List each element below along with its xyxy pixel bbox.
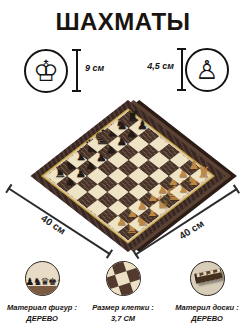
feature-title: Материал фигур : [7,302,77,313]
feature-label: Материл доски : ДЕРЕВО [175,302,239,325]
page-title: ШАХМАТЫ [0,8,246,36]
folded-board-photo-icon [190,261,225,296]
king-height-bracket-icon [72,49,81,92]
feature-pieces-material: ♟♞♛♚♝♟ Материал фигур : ДЕРЕВО [0,261,84,325]
folded-board-icon [194,268,222,283]
king-height-value: 9 см [85,63,104,73]
feature-board-material: Материл доски : ДЕРЕВО [165,261,246,325]
king-height-badge: ♔ [24,49,68,93]
black-pieces-photo-icon: ♟♞♛♚♝♟ [25,261,60,296]
pawn-height-badge: ♙ [185,48,229,92]
feature-value: ДЕРЕВО [175,313,239,324]
pawn-outline-icon: ♙ [195,57,218,83]
feature-cell-size: Размер клетки : 3,7 СМ [81,261,165,325]
pawn-height-value: 4,5 см [146,61,174,71]
product-card: ШАХМАТЫ ♔ 9 см 4,5 см ♙ ♜♞♝♛♚♝♞♜♟♟♟♟♟♟♟♟… [0,0,246,328]
feature-title: Материл доски : [175,302,239,313]
right-dimension-label: 40 см [177,218,206,242]
brass-emblem-icon: ♕ [162,199,168,207]
feature-value: 3,7 СМ [92,313,154,324]
feature-label: Размер клетки : 3,7 СМ [92,302,154,325]
feature-label: Материал фигур : ДЕРЕВО [7,302,77,325]
board-cells-photo-icon [106,261,141,296]
checkerboard-pattern-icon [106,261,141,296]
black-pieces-row-icon: ♟♞♛♚♝♟ [26,277,59,287]
king-outline-icon: ♔ [33,57,59,86]
feature-value: ДЕРЕВО [7,313,77,324]
feature-title: Размер клетки : [92,302,154,313]
